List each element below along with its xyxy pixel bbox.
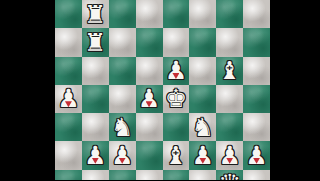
square-r6c6[interactable]: ♟: [189, 141, 216, 169]
square-r5c2[interactable]: [82, 113, 109, 141]
pawn-red-accent: [65, 101, 72, 107]
white-knight[interactable]: ♞: [109, 113, 136, 141]
square-r4c7[interactable]: [216, 85, 243, 113]
white-rook[interactable]: ♜: [82, 28, 109, 56]
square-r5c3[interactable]: ♞: [109, 113, 136, 141]
letterbox-right: [270, 0, 320, 180]
square-r3c5[interactable]: ♟: [163, 57, 190, 85]
white-queen[interactable]: ♛: [216, 170, 243, 181]
square-r4c4[interactable]: ♟: [136, 85, 163, 113]
square-r7c3[interactable]: [109, 170, 136, 181]
white-pawn[interactable]: ♟: [216, 141, 243, 169]
square-r3c8[interactable]: [243, 57, 270, 85]
square-r2c3[interactable]: [109, 28, 136, 56]
square-r2c2[interactable]: ♜: [82, 28, 109, 56]
white-pawn[interactable]: ♟: [163, 57, 190, 85]
square-r1c4[interactable]: [136, 0, 163, 28]
square-r5c4[interactable]: [136, 113, 163, 141]
square-r6c7[interactable]: ♟: [216, 141, 243, 169]
square-r3c7[interactable]: ♝: [216, 57, 243, 85]
square-r5c1[interactable]: [55, 113, 82, 141]
square-r2c5[interactable]: [163, 28, 190, 56]
white-knight[interactable]: ♞: [189, 113, 216, 141]
square-r2c1[interactable]: [55, 28, 82, 56]
square-r7c7[interactable]: ♛: [216, 170, 243, 181]
square-r7c1[interactable]: [55, 170, 82, 181]
pawn-red-accent: [226, 158, 233, 164]
square-r3c4[interactable]: [136, 57, 163, 85]
video-frame: ♜♜♟♝♟♟♚♞♞♟♟♝♟♟♟♛: [0, 0, 320, 180]
square-r6c4[interactable]: [136, 141, 163, 169]
square-r1c1[interactable]: [55, 0, 82, 28]
square-r4c6[interactable]: [189, 85, 216, 113]
white-pawn[interactable]: ♟: [243, 141, 270, 169]
chess-board[interactable]: ♜♜♟♝♟♟♚♞♞♟♟♝♟♟♟♛: [55, 0, 270, 180]
square-r1c2[interactable]: ♜: [82, 0, 109, 28]
square-r2c4[interactable]: [136, 28, 163, 56]
square-r6c5[interactable]: ♝: [163, 141, 190, 169]
square-r7c5[interactable]: [163, 170, 190, 181]
white-rook[interactable]: ♜: [82, 0, 109, 28]
square-r4c2[interactable]: [82, 85, 109, 113]
square-r5c8[interactable]: [243, 113, 270, 141]
square-r4c5[interactable]: ♚: [163, 85, 190, 113]
white-pawn[interactable]: ♟: [189, 141, 216, 169]
white-bishop[interactable]: ♝: [216, 57, 243, 85]
square-r4c8[interactable]: [243, 85, 270, 113]
square-r1c5[interactable]: [163, 0, 190, 28]
white-pawn[interactable]: ♟: [136, 85, 163, 113]
square-r7c8[interactable]: [243, 170, 270, 181]
pawn-red-accent: [119, 158, 126, 164]
square-r2c7[interactable]: [216, 28, 243, 56]
square-r7c2[interactable]: [82, 170, 109, 181]
square-r3c1[interactable]: [55, 57, 82, 85]
square-r1c6[interactable]: [189, 0, 216, 28]
white-king[interactable]: ♚: [163, 85, 190, 113]
square-r4c3[interactable]: [109, 85, 136, 113]
square-r5c5[interactable]: [163, 113, 190, 141]
square-r5c7[interactable]: [216, 113, 243, 141]
square-r3c6[interactable]: [189, 57, 216, 85]
square-r1c7[interactable]: [216, 0, 243, 28]
square-r4c1[interactable]: ♟: [55, 85, 82, 113]
square-r6c2[interactable]: ♟: [82, 141, 109, 169]
letterbox-left: [0, 0, 55, 180]
square-r2c6[interactable]: [189, 28, 216, 56]
square-r1c3[interactable]: [109, 0, 136, 28]
square-r2c8[interactable]: [243, 28, 270, 56]
square-r6c3[interactable]: ♟: [109, 141, 136, 169]
square-r3c2[interactable]: [82, 57, 109, 85]
pawn-red-accent: [199, 158, 206, 164]
white-pawn[interactable]: ♟: [55, 85, 82, 113]
white-pawn[interactable]: ♟: [82, 141, 109, 169]
square-r3c3[interactable]: [109, 57, 136, 85]
square-r1c8[interactable]: [243, 0, 270, 28]
square-r7c6[interactable]: [189, 170, 216, 181]
pawn-red-accent: [172, 73, 179, 79]
square-r7c4[interactable]: [136, 170, 163, 181]
square-r6c8[interactable]: ♟: [243, 141, 270, 169]
white-pawn[interactable]: ♟: [109, 141, 136, 169]
square-r6c1[interactable]: [55, 141, 82, 169]
white-bishop[interactable]: ♝: [163, 141, 190, 169]
square-r5c6[interactable]: ♞: [189, 113, 216, 141]
pawn-red-accent: [253, 158, 260, 164]
pawn-red-accent: [146, 101, 153, 107]
pawn-red-accent: [92, 158, 99, 164]
